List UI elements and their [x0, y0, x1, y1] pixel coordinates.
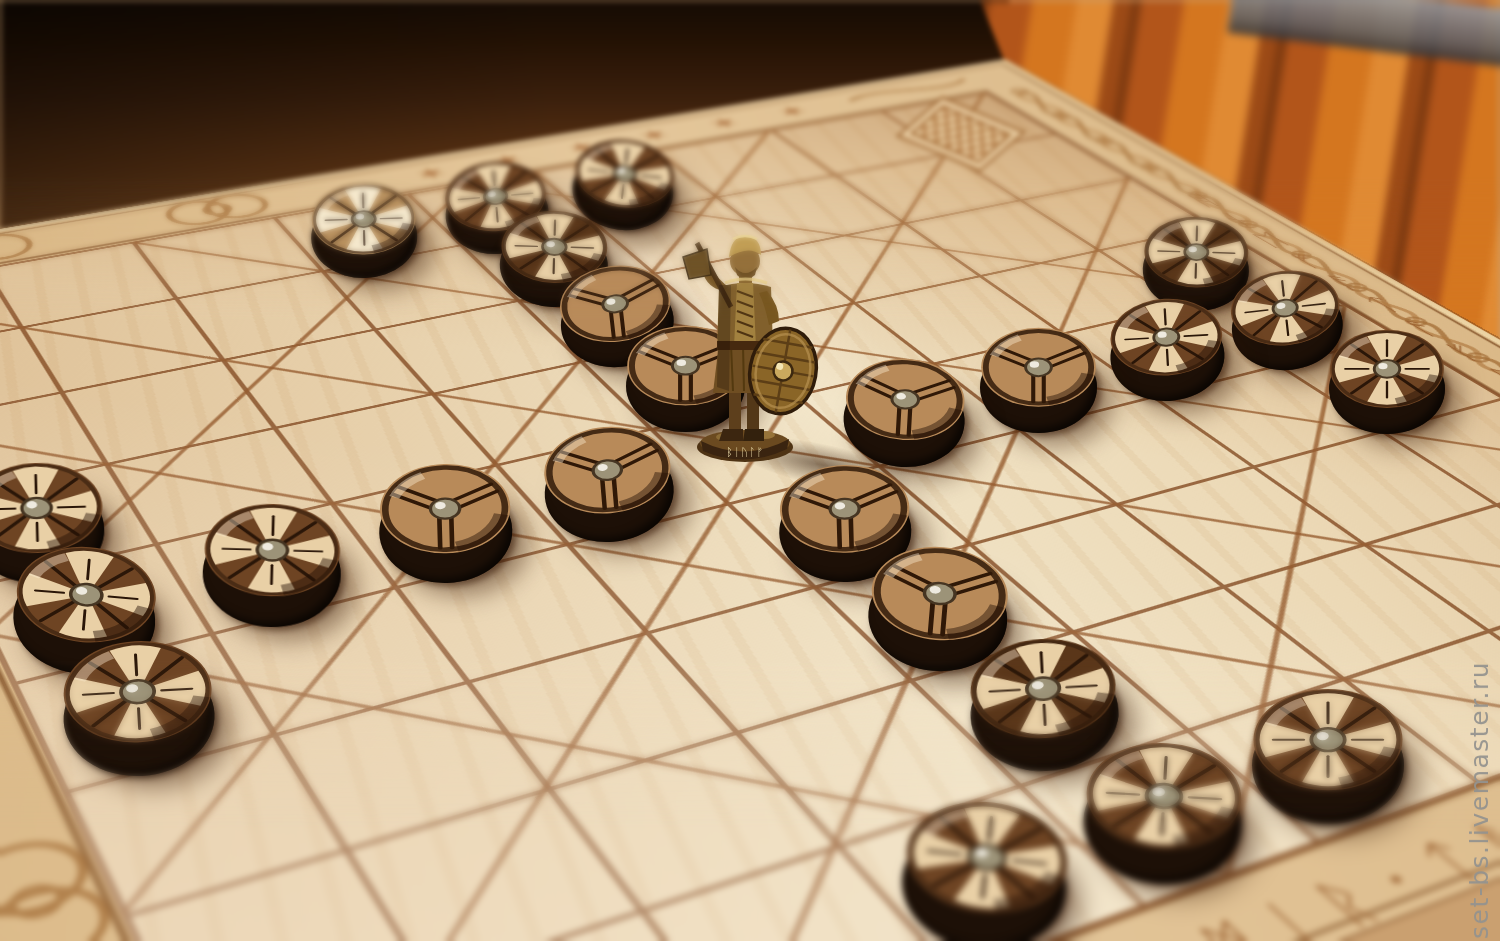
piece-attacker-e9[interactable]	[1080, 738, 1246, 889]
piece-attacker-h5[interactable]	[1107, 295, 1227, 404]
piece-attacker-f9[interactable]	[1252, 688, 1404, 824]
piece-defender-d5[interactable]	[539, 421, 677, 547]
piece-face	[980, 327, 1097, 408]
piece-attacker-d9[interactable]	[895, 792, 1074, 941]
piece-face	[1329, 329, 1445, 409]
piece-attacker-d1[interactable]	[310, 182, 419, 280]
piece-attacker-a6[interactable]	[59, 636, 217, 780]
svg-text:ᚺ: ᚺ	[1179, 190, 1227, 211]
watermark: set-bs.livemaster.ru	[1465, 661, 1494, 939]
photo-scene: ✶✶✶✶✶✶ ᚺᚾᛖᚠᚨᛏᚨᚠᛚ ᛗᛁᚱ᛫ᛏᚨᚠᛚ	[0, 0, 1500, 941]
piece-defender-g5[interactable]	[980, 327, 1097, 433]
piece-king-e5[interactable]: ᛒᛁᚢᛚᚠ	[673, 225, 823, 465]
svg-text:ᛖ: ᛖ	[1246, 229, 1296, 251]
piece-defender-c5[interactable]	[377, 461, 513, 585]
piece-face	[1252, 688, 1404, 791]
piece-attacker-b5[interactable]	[201, 501, 342, 629]
king-base-runes: ᛒᛁᚢᛚᚠ	[726, 446, 764, 459]
piece-attacker-i6[interactable]	[1329, 329, 1445, 434]
